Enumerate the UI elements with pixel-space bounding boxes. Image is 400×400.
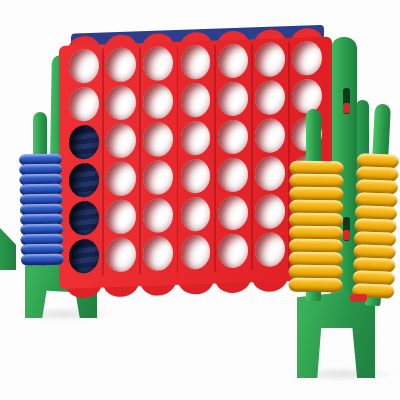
board-cell-c5-r6[interactable] <box>216 233 249 268</box>
board-hole <box>143 122 173 157</box>
board-hole <box>181 45 211 80</box>
board-hole <box>181 159 211 194</box>
board-hole <box>106 47 136 82</box>
board-hole <box>181 121 211 156</box>
post-slot <box>343 88 350 114</box>
board-hole <box>181 83 211 118</box>
post-slot <box>343 217 350 241</box>
board-hole <box>69 125 99 160</box>
board-hole <box>255 118 285 153</box>
board-cell-c4-r4[interactable] <box>179 159 212 194</box>
board-cell-c3-r5[interactable] <box>142 198 175 233</box>
board-hole <box>218 119 248 154</box>
red-latch <box>350 294 367 302</box>
board-cell-c3-r6[interactable] <box>142 236 175 271</box>
board-hole <box>218 43 248 78</box>
board-cell-c6-r2[interactable] <box>253 80 286 115</box>
board-cell-c4-r2[interactable] <box>179 83 212 118</box>
board-hole <box>255 194 285 229</box>
board-cell-c2-r1[interactable] <box>104 47 137 82</box>
board-cell-c5-r5[interactable] <box>216 195 249 230</box>
board-cell-c6-r3[interactable] <box>253 118 286 153</box>
board-hole <box>69 49 99 84</box>
board-cell-c6-r4[interactable] <box>253 156 286 191</box>
board-cell-c2-r5[interactable] <box>104 199 137 234</box>
board-hole <box>255 42 285 77</box>
yellow-ring-stack-rear[interactable] <box>352 154 399 298</box>
board-hole <box>255 80 285 115</box>
board-hole <box>69 87 99 122</box>
board-hole <box>143 46 173 81</box>
red-lock-pin <box>343 103 350 113</box>
board-hole <box>106 237 136 272</box>
board-cell-c2-r4[interactable] <box>104 161 137 196</box>
board-hole <box>106 123 136 158</box>
rear-left-frame-fragment <box>0 228 16 270</box>
board-hole <box>143 198 173 233</box>
board-cell-c4-r1[interactable] <box>179 45 212 80</box>
board-hole <box>143 84 173 119</box>
board-hole <box>181 235 211 270</box>
board-cell-c1-r2[interactable] <box>67 87 100 122</box>
board-cell-c6-r6[interactable] <box>253 232 286 267</box>
board-hole <box>106 85 136 120</box>
board-cell-c2-r6[interactable] <box>104 237 137 272</box>
board-hole <box>292 79 322 114</box>
board-hole <box>69 201 99 236</box>
board-hole <box>218 195 248 230</box>
board-cell-c4-r6[interactable] <box>179 235 212 270</box>
product-photo-stage <box>0 0 400 400</box>
board-cell-c4-r5[interactable] <box>179 197 212 232</box>
yellow-ring-stack-front[interactable] <box>288 162 343 292</box>
board-cell-c3-r1[interactable] <box>142 46 175 81</box>
board-hole <box>292 41 322 76</box>
board-hole <box>106 161 136 196</box>
board-cell-c1-r5[interactable] <box>67 201 100 236</box>
board-cell-c3-r4[interactable] <box>142 160 175 195</box>
board-cell-c6-r5[interactable] <box>253 194 286 229</box>
board-cell-c2-r3[interactable] <box>104 123 137 158</box>
board-hole <box>255 232 285 267</box>
board-cell-c5-r1[interactable] <box>216 43 249 78</box>
board-hole <box>218 81 248 116</box>
board-cell-c7-r2[interactable] <box>291 79 324 114</box>
board-hole <box>69 163 99 198</box>
board-cell-c7-r1[interactable] <box>291 41 324 76</box>
board-cell-c1-r4[interactable] <box>67 163 100 198</box>
board-cell-c1-r1[interactable] <box>67 49 100 84</box>
red-lock-pin <box>343 230 350 240</box>
board-hole <box>143 236 173 271</box>
board-cell-c6-r1[interactable] <box>253 42 286 77</box>
board-hole <box>69 239 99 274</box>
board-cell-c2-r2[interactable] <box>104 85 137 120</box>
board-cell-c3-r3[interactable] <box>142 122 175 157</box>
board-cell-c4-r3[interactable] <box>179 121 212 156</box>
yellow-ring[interactable] <box>288 278 342 292</box>
board-hole <box>218 157 248 192</box>
board-hole <box>106 199 136 234</box>
board-cell-c1-r6[interactable] <box>67 239 100 274</box>
board-cell-c5-r2[interactable] <box>216 81 249 116</box>
board-hole <box>218 233 248 268</box>
board-cell-c5-r4[interactable] <box>216 157 249 192</box>
blue-ring-stack[interactable] <box>19 155 64 266</box>
board-hole <box>143 160 173 195</box>
board-cell-c3-r2[interactable] <box>142 84 175 119</box>
board-hole <box>181 197 211 232</box>
board-hole <box>255 156 285 191</box>
blue-ring[interactable] <box>21 254 64 266</box>
board-cell-c5-r3[interactable] <box>216 119 249 154</box>
board-cell-c1-r3[interactable] <box>67 125 100 160</box>
